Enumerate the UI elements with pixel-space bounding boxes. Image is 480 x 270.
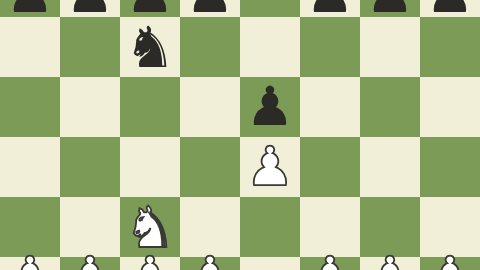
square-g6[interactable] xyxy=(360,17,420,77)
square-c5[interactable] xyxy=(120,77,180,137)
square-e6[interactable] xyxy=(240,17,300,77)
board-grid: ♟♟♟♟♟♟♟♞♟♟♞♟♟♟♟♟♟♟ xyxy=(0,0,480,270)
square-e4[interactable]: ♟ xyxy=(240,137,300,197)
square-e7[interactable] xyxy=(240,0,300,17)
piece-white-pawn-c2[interactable]: ♟ xyxy=(120,247,180,270)
piece-black-pawn-e5[interactable]: ♟ xyxy=(240,77,300,137)
square-h7[interactable]: ♟ xyxy=(420,0,480,17)
piece-white-pawn-h2[interactable]: ♟ xyxy=(420,247,480,270)
square-b2[interactable]: ♟ xyxy=(60,257,120,270)
square-e2[interactable] xyxy=(240,257,300,270)
square-d5[interactable] xyxy=(180,77,240,137)
square-a4[interactable] xyxy=(0,137,60,197)
square-h2[interactable]: ♟ xyxy=(420,257,480,270)
piece-white-pawn-d2[interactable]: ♟ xyxy=(180,247,240,270)
square-h5[interactable] xyxy=(420,77,480,137)
square-a6[interactable] xyxy=(0,17,60,77)
square-f7[interactable]: ♟ xyxy=(300,0,360,17)
square-h4[interactable] xyxy=(420,137,480,197)
piece-white-pawn-e4[interactable]: ♟ xyxy=(240,137,300,197)
square-c4[interactable] xyxy=(120,137,180,197)
square-d6[interactable] xyxy=(180,17,240,77)
square-f5[interactable] xyxy=(300,77,360,137)
square-f6[interactable] xyxy=(300,17,360,77)
square-b4[interactable] xyxy=(60,137,120,197)
square-d7[interactable]: ♟ xyxy=(180,0,240,17)
square-a7[interactable]: ♟ xyxy=(0,0,60,17)
square-d4[interactable] xyxy=(180,137,240,197)
square-a5[interactable] xyxy=(0,77,60,137)
square-g2[interactable]: ♟ xyxy=(360,257,420,270)
piece-white-pawn-g2[interactable]: ♟ xyxy=(360,247,420,270)
square-f2[interactable]: ♟ xyxy=(300,257,360,270)
square-e5[interactable]: ♟ xyxy=(240,77,300,137)
square-c6[interactable]: ♞ xyxy=(120,17,180,77)
square-e3[interactable] xyxy=(240,197,300,257)
piece-white-pawn-a2[interactable]: ♟ xyxy=(0,247,60,270)
piece-white-pawn-b2[interactable]: ♟ xyxy=(60,247,120,270)
square-d2[interactable]: ♟ xyxy=(180,257,240,270)
square-a2[interactable]: ♟ xyxy=(0,257,60,270)
square-b5[interactable] xyxy=(60,77,120,137)
square-b6[interactable] xyxy=(60,17,120,77)
square-h6[interactable] xyxy=(420,17,480,77)
square-f4[interactable] xyxy=(300,137,360,197)
chess-board: ♟♟♟♟♟♟♟♞♟♟♞♟♟♟♟♟♟♟ xyxy=(0,0,480,270)
square-c2[interactable]: ♟ xyxy=(120,257,180,270)
piece-black-knight-c6[interactable]: ♞ xyxy=(120,17,180,77)
square-b7[interactable]: ♟ xyxy=(60,0,120,17)
square-g7[interactable]: ♟ xyxy=(360,0,420,17)
square-g4[interactable] xyxy=(360,137,420,197)
piece-white-pawn-f2[interactable]: ♟ xyxy=(300,247,360,270)
square-g5[interactable] xyxy=(360,77,420,137)
